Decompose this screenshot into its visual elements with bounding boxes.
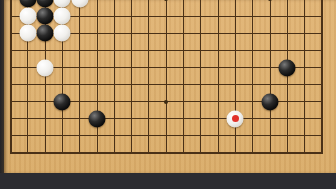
star-point (268, 0, 272, 1)
bottom-background-strip (0, 173, 336, 189)
board-grid-line (270, 0, 271, 154)
white-stone[interactable] (19, 8, 36, 25)
left-background-strip (0, 0, 4, 173)
board-grid-line (10, 50, 323, 51)
board-grid-line (10, 135, 323, 136)
board-grid-line (10, 152, 323, 154)
board-grid-line (252, 0, 253, 154)
board-grid-line (321, 0, 323, 154)
black-stone[interactable] (37, 25, 54, 42)
board-grid-line (10, 118, 323, 119)
board-grid-line (10, 84, 323, 85)
black-stone[interactable] (37, 0, 54, 8)
board-grid-line (131, 0, 132, 154)
white-stone[interactable] (19, 25, 36, 42)
white-stone[interactable] (71, 0, 88, 8)
white-stone[interactable] (54, 0, 71, 8)
board-grid-line (10, 67, 323, 68)
board-grid-line (183, 0, 184, 154)
star-point (164, 100, 168, 104)
board-grid-line (287, 0, 288, 154)
black-stone[interactable] (54, 93, 71, 110)
black-stone[interactable] (19, 0, 36, 8)
screenshot-root (0, 0, 336, 189)
board-grid-line (79, 0, 80, 154)
board-grid-line (304, 0, 305, 154)
board-grid-line (114, 0, 115, 154)
last-move-marker-icon (232, 115, 239, 122)
board-grid-line (148, 0, 149, 154)
board-grid-line (218, 0, 219, 154)
white-stone[interactable] (227, 110, 244, 127)
board-grid-line (166, 0, 167, 154)
star-point (164, 0, 168, 1)
board-grid-line (235, 0, 236, 154)
go-board[interactable] (4, 0, 336, 173)
white-stone[interactable] (54, 25, 71, 42)
black-stone[interactable] (37, 8, 54, 25)
black-stone[interactable] (279, 59, 296, 76)
board-grid-line (200, 0, 201, 154)
white-stone[interactable] (37, 59, 54, 76)
black-stone[interactable] (89, 110, 106, 127)
board-grid-line (97, 0, 98, 154)
board-grid-line (10, 0, 12, 154)
black-stone[interactable] (262, 93, 279, 110)
white-stone[interactable] (54, 8, 71, 25)
